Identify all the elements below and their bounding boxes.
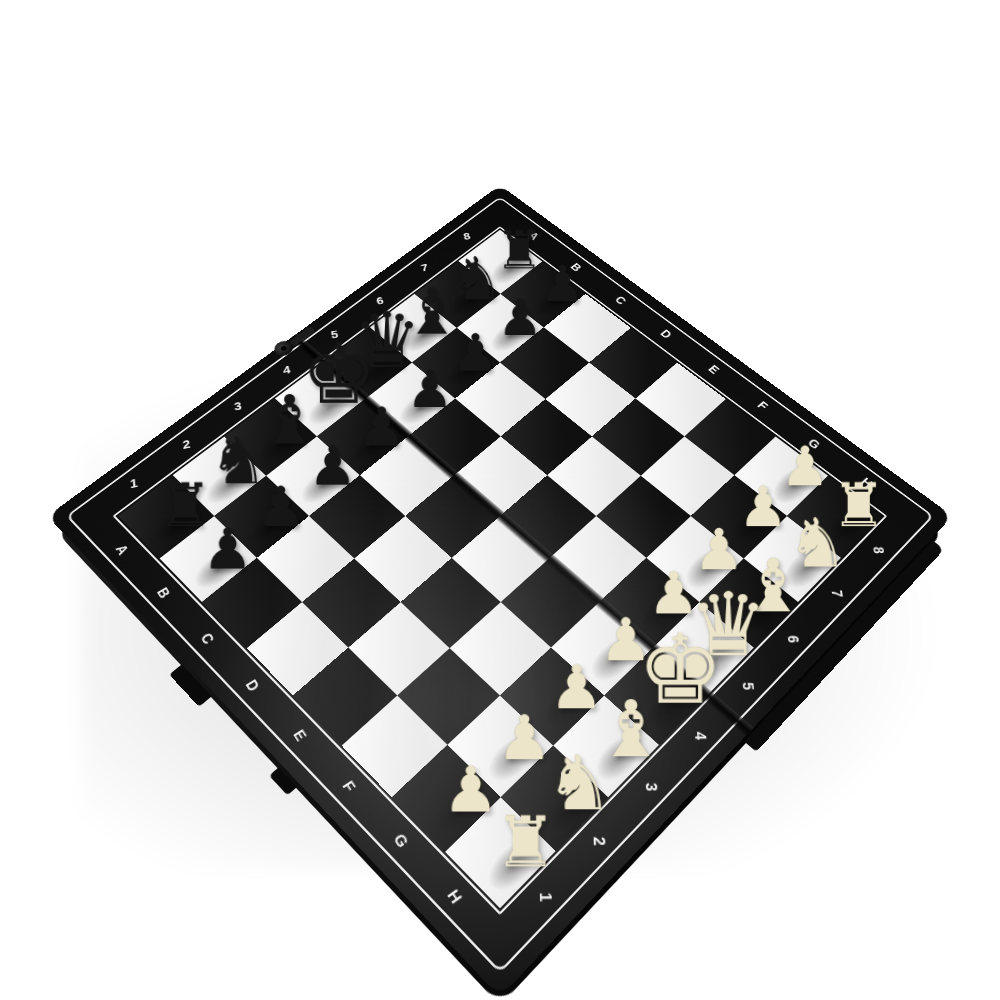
square-d3[interactable] xyxy=(354,516,451,602)
file-label-B: B xyxy=(154,585,174,601)
file-label-F: F xyxy=(339,778,359,796)
file-label-H: H xyxy=(444,886,466,907)
rank-label-1: 1 xyxy=(536,892,555,901)
file-label-C: C xyxy=(612,294,629,307)
chess-board: ♜♞♝♚♛♝♞♜♟♟♟♟♟♟♟♟♟♟♟♟♟♟♟♟♜♞♝♚♛♝♞♜ 11AA22B… xyxy=(47,185,952,997)
piece-black-pawn[interactable]: ♟ xyxy=(171,521,284,578)
square-d4[interactable] xyxy=(405,475,500,558)
file-label-G: G xyxy=(390,830,412,851)
file-label-E: E xyxy=(705,363,721,376)
piece-white-rook[interactable]: ♜ xyxy=(461,807,590,877)
file-label-C: C xyxy=(197,630,217,647)
rank-label-5: 5 xyxy=(739,682,757,690)
rank-label-4: 4 xyxy=(691,731,709,739)
product-photo-scene: ♜♞♝♚♛♝♞♜♟♟♟♟♟♟♟♟♟♟♟♟♟♟♟♟♜♞♝♚♛♝♞♜ 11AA22B… xyxy=(0,0,1000,1000)
file-label-D: D xyxy=(242,677,263,695)
file-label-E: E xyxy=(289,726,310,744)
rank-label-2: 2 xyxy=(590,836,609,845)
rank-label-3: 3 xyxy=(642,783,661,792)
file-label-F: F xyxy=(755,399,771,412)
file-label-D: D xyxy=(658,328,675,341)
file-label-A: A xyxy=(112,542,131,558)
